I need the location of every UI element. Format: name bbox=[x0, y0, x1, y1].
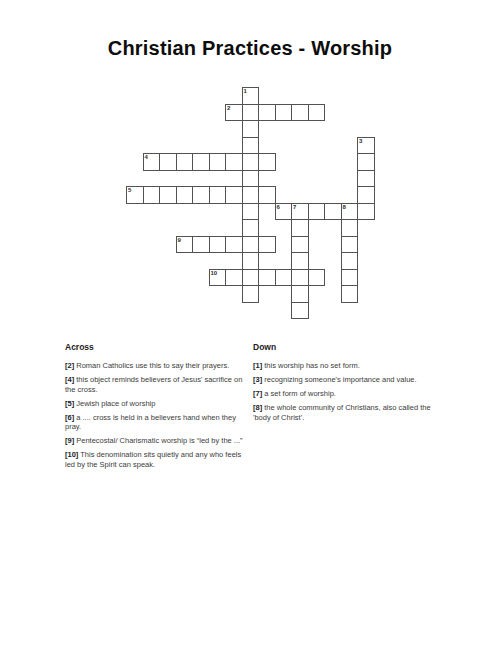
grid-cell[interactable]: 3 bbox=[357, 137, 375, 155]
grid-cell[interactable] bbox=[242, 170, 260, 188]
across-header: Across bbox=[65, 342, 252, 352]
grid-cell[interactable] bbox=[242, 269, 260, 287]
grid-cell[interactable]: 9 bbox=[176, 236, 194, 254]
grid-cell[interactable] bbox=[192, 186, 210, 204]
clue-item: [9] Pentecostal/ Charismatic worship is … bbox=[65, 436, 252, 446]
clue-number: 1 bbox=[244, 88, 247, 95]
grid-cell[interactable] bbox=[192, 236, 210, 254]
grid-cell[interactable] bbox=[275, 269, 293, 287]
grid-cell[interactable] bbox=[341, 252, 359, 270]
grid-cell[interactable] bbox=[291, 236, 309, 254]
clue-number: 7 bbox=[293, 204, 296, 211]
grid-cell[interactable] bbox=[308, 104, 326, 122]
grid-cell[interactable] bbox=[209, 236, 227, 254]
clue-number: 9 bbox=[178, 237, 181, 244]
grid-cell[interactable] bbox=[242, 186, 260, 204]
clue-number: 3 bbox=[359, 138, 362, 145]
down-clues: Down [1] this worship has no set form.[3… bbox=[253, 342, 433, 427]
clue-item: [2] Roman Catholics use this to say thei… bbox=[65, 361, 252, 371]
grid-cell[interactable]: 7 bbox=[291, 203, 309, 221]
grid-cell[interactable] bbox=[242, 236, 260, 254]
grid-cell[interactable] bbox=[357, 153, 375, 171]
clue-item: [1] this worship has no set form. bbox=[253, 361, 433, 371]
grid-cell[interactable] bbox=[357, 203, 375, 221]
clue-number: 8 bbox=[343, 204, 346, 211]
clue-item: [5] Jewish place of worship bbox=[65, 399, 252, 409]
grid-cell[interactable] bbox=[176, 153, 194, 171]
grid-cell[interactable] bbox=[225, 153, 243, 171]
grid-cell[interactable]: 1 bbox=[242, 87, 260, 105]
grid-cell[interactable] bbox=[242, 252, 260, 270]
clue-item-number: [1] bbox=[253, 361, 262, 370]
clue-item: [7] a set form of worship. bbox=[253, 389, 433, 399]
grid-cell[interactable] bbox=[258, 269, 276, 287]
clue-number: 10 bbox=[211, 270, 218, 277]
clue-item-number: [5] bbox=[65, 399, 74, 408]
grid-cell[interactable] bbox=[192, 153, 210, 171]
grid-cell[interactable] bbox=[291, 285, 309, 303]
clue-item: [8] the whole community of Christians, a… bbox=[253, 403, 433, 422]
grid-cell[interactable] bbox=[176, 186, 194, 204]
grid-cell[interactable] bbox=[258, 104, 276, 122]
grid-cell[interactable] bbox=[341, 236, 359, 254]
clue-item: [3] recognizing someone's importance and… bbox=[253, 375, 433, 385]
grid-cell[interactable] bbox=[209, 186, 227, 204]
grid-cell[interactable] bbox=[291, 252, 309, 270]
grid-cell[interactable] bbox=[242, 137, 260, 155]
grid-cell[interactable] bbox=[341, 285, 359, 303]
clue-item-number: [4] bbox=[65, 375, 74, 384]
grid-cell[interactable] bbox=[324, 203, 342, 221]
puzzle-title: Christian Practices - Worship bbox=[0, 37, 500, 60]
clue-item-number: [3] bbox=[253, 375, 262, 384]
grid-cell[interactable] bbox=[291, 269, 309, 287]
clue-item-number: [2] bbox=[65, 361, 74, 370]
grid-cell[interactable] bbox=[225, 186, 243, 204]
crossword-grid: 12345678910 bbox=[126, 87, 376, 320]
grid-cell[interactable] bbox=[258, 153, 276, 171]
grid-cell[interactable]: 2 bbox=[225, 104, 243, 122]
grid-cell[interactable]: 8 bbox=[341, 203, 359, 221]
clue-number: 6 bbox=[277, 204, 280, 211]
grid-cell[interactable] bbox=[275, 104, 293, 122]
grid-cell[interactable] bbox=[159, 153, 177, 171]
clue-item-number: [10] bbox=[65, 450, 78, 459]
grid-cell[interactable] bbox=[291, 219, 309, 237]
clue-item-number: [8] bbox=[253, 403, 262, 412]
clue-number: 2 bbox=[227, 105, 230, 112]
grid-cell[interactable] bbox=[291, 302, 309, 320]
grid-cell[interactable] bbox=[357, 170, 375, 188]
grid-cell[interactable] bbox=[159, 186, 177, 204]
grid-cell[interactable] bbox=[242, 120, 260, 138]
clue-item: [4] this object reminds believers of Jes… bbox=[65, 375, 252, 394]
clue-item-number: [9] bbox=[65, 436, 74, 445]
grid-cell[interactable] bbox=[291, 104, 309, 122]
down-clue-list: [1] this worship has no set form.[3] rec… bbox=[253, 361, 433, 422]
grid-cell[interactable] bbox=[308, 203, 326, 221]
grid-cell[interactable] bbox=[143, 186, 161, 204]
grid-cell[interactable]: 4 bbox=[143, 153, 161, 171]
grid-cell[interactable] bbox=[225, 236, 243, 254]
grid-cell[interactable] bbox=[209, 153, 227, 171]
grid-cell[interactable] bbox=[341, 219, 359, 237]
down-header: Down bbox=[253, 342, 433, 352]
grid-cell[interactable]: 5 bbox=[126, 186, 144, 204]
grid-cell[interactable] bbox=[308, 269, 326, 287]
clue-item-number: [6] bbox=[65, 413, 74, 422]
grid-cell[interactable] bbox=[357, 186, 375, 204]
grid-cell[interactable] bbox=[242, 203, 260, 221]
grid-cell[interactable] bbox=[242, 219, 260, 237]
grid-cell[interactable] bbox=[258, 236, 276, 254]
clue-number: 5 bbox=[128, 187, 131, 194]
clue-item-number: [7] bbox=[253, 389, 262, 398]
grid-cell[interactable] bbox=[341, 269, 359, 287]
grid-cell[interactable] bbox=[242, 104, 260, 122]
grid-cell[interactable] bbox=[242, 153, 260, 171]
page: Christian Practices - Worship 1234567891… bbox=[0, 0, 500, 647]
clue-item: [6] a .... cross is held in a believers … bbox=[65, 413, 252, 432]
grid-cell[interactable] bbox=[225, 269, 243, 287]
clue-number: 4 bbox=[145, 154, 148, 161]
grid-cell[interactable]: 10 bbox=[209, 269, 227, 287]
grid-cell[interactable] bbox=[258, 186, 276, 204]
clue-item: [10] This denomination sits quietly and … bbox=[65, 450, 252, 469]
across-clue-list: [2] Roman Catholics use this to say thei… bbox=[65, 361, 252, 469]
grid-cell[interactable] bbox=[242, 285, 260, 303]
grid-cell[interactable]: 6 bbox=[275, 203, 293, 221]
across-clues: Across [2] Roman Catholics use this to s… bbox=[65, 342, 252, 474]
